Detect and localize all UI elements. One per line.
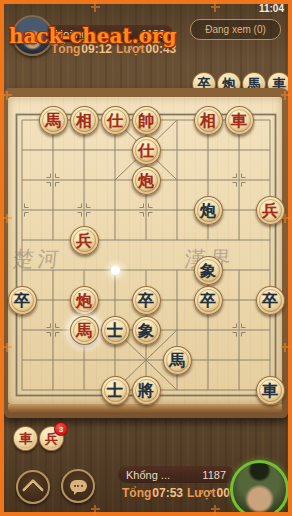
board-piece-black[interactable]: 卒 (8, 286, 37, 315)
board-piece-black[interactable]: 象 (132, 316, 161, 345)
board-edge (8, 404, 282, 414)
xiangqi-app: 11:04 Hoàng ... 1189 Tổng09:12Lượt00:43 … (0, 0, 292, 516)
board-piece-red[interactable]: 相 (70, 106, 99, 135)
spectators-button[interactable]: Đang xem (0) (190, 19, 281, 40)
board-piece-black[interactable]: 車 (256, 376, 285, 405)
watermark-text: hack-cheat.org (9, 24, 177, 48)
turn-time-label: Lượt (187, 486, 216, 500)
board-piece-black[interactable]: 象 (194, 256, 223, 285)
captured-pieces-tray-bottom: 車兵3 (13, 426, 64, 451)
board-piece-red[interactable]: 車 (225, 106, 254, 135)
board-piece-red[interactable]: 馬 (70, 316, 99, 345)
board-piece-red[interactable]: 炮 (132, 166, 161, 195)
captured-count-badge: 3 (54, 422, 68, 436)
board-piece-red[interactable]: 兵 (256, 196, 285, 225)
xiangqi-board[interactable]: 馬相仕帥相車仕炮炮兵兵象卒炮卒卒卒馬士象馬士將車 (7, 105, 286, 405)
board-piece-black[interactable]: 卒 (132, 286, 161, 315)
total-time-value: 07:53 (152, 486, 183, 500)
board-piece-red[interactable]: 帥 (132, 106, 161, 135)
board-piece-black[interactable]: 士 (101, 376, 130, 405)
board-piece-red[interactable]: 兵 (70, 226, 99, 255)
board-piece-red[interactable]: 炮 (70, 286, 99, 315)
bottom-player-rating: 1187 (202, 469, 226, 481)
board-piece-red[interactable]: 仕 (101, 106, 130, 135)
board-piece-black[interactable]: 卒 (256, 286, 285, 315)
board-piece-black[interactable]: 士 (101, 316, 130, 345)
spectators-label: Đang xem (0) (205, 24, 266, 35)
bottom-player-name: Khổng ... (126, 469, 170, 481)
chat-bubble-icon (70, 480, 87, 492)
last-move-marker (111, 266, 120, 275)
board-piece-black[interactable]: 馬 (163, 346, 192, 375)
board-piece-red[interactable]: 馬 (39, 106, 68, 135)
board-piece-black[interactable]: 卒 (194, 286, 223, 315)
chevron-up-icon (22, 479, 45, 502)
board-piece-red[interactable]: 仕 (132, 136, 161, 165)
collapse-panel-button[interactable] (16, 470, 50, 504)
captured-piece: 車 (13, 426, 38, 451)
captured-piece: 兵3 (39, 426, 64, 451)
bottom-player-avatar[interactable] (230, 460, 289, 516)
system-clock: 11:04 (259, 3, 284, 14)
total-time-label: Tổng (122, 486, 151, 500)
bottom-player-namebar: Khổng ... 1187 (118, 466, 234, 483)
board-piece-black[interactable]: 將 (132, 376, 161, 405)
board-piece-black[interactable]: 炮 (194, 196, 223, 225)
chat-button[interactable] (61, 469, 95, 503)
board-piece-red[interactable]: 相 (194, 106, 223, 135)
